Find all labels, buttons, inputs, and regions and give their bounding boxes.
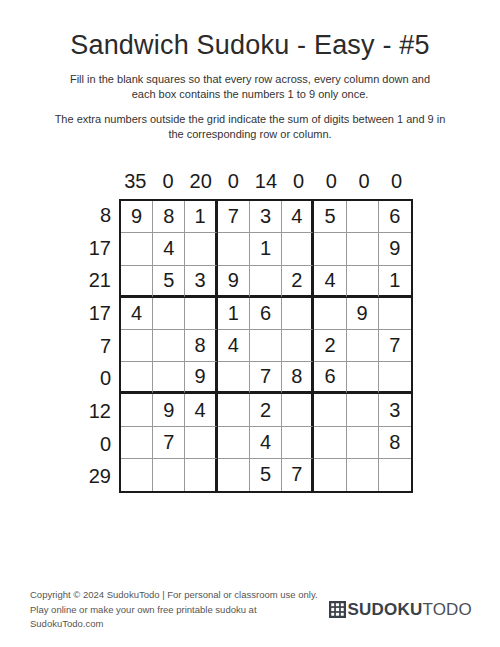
row-clue-2: 17: [89, 237, 111, 260]
cell-r3c2: 5: [153, 266, 185, 298]
cell-r8c1: [121, 427, 153, 459]
page-footer: Copyright © 2024 SudokuTodo | For person…: [30, 588, 472, 631]
cell-r9c7: [314, 459, 346, 491]
sudokutodo-logo: SUDOKUTODO: [329, 600, 472, 620]
cell-r1c6: 4: [282, 201, 314, 233]
row-clue-3: 21: [89, 269, 111, 292]
cell-r7c5: 2: [250, 394, 282, 426]
cell-r3c6: 2: [282, 266, 314, 298]
cell-r5c5: [250, 330, 282, 362]
cell-r1c1: 9: [121, 201, 153, 233]
cell-r5c2: [153, 330, 185, 362]
logo-wordmark: SUDOKUTODO: [348, 600, 472, 620]
column-clue-9: 0: [391, 170, 402, 193]
column-clue-5: 14: [255, 170, 277, 193]
cell-r5c7: 2: [314, 330, 346, 362]
cell-r2c2: 4: [153, 233, 185, 265]
sudoku-grid: 98173456419539241416984279786942374857: [119, 199, 413, 493]
cell-r2c8: [347, 233, 379, 265]
cell-r8c8: [347, 427, 379, 459]
cell-r7c8: [347, 394, 379, 426]
cell-r2c6: [282, 233, 314, 265]
cell-r6c5: 7: [250, 362, 282, 394]
cell-r2c7: [314, 233, 346, 265]
cell-r3c4: 9: [218, 266, 250, 298]
cell-r6c6: 8: [282, 362, 314, 394]
cell-r5c1: [121, 330, 153, 362]
column-clue-8: 0: [358, 170, 369, 193]
cell-r4c9: [379, 298, 411, 330]
page-title: Sandwich Sudoku - Easy - #5: [0, 30, 500, 61]
cell-r7c9: 3: [379, 394, 411, 426]
cell-r1c2: 8: [153, 201, 185, 233]
cell-r7c1: [121, 394, 153, 426]
cell-r8c7: [314, 427, 346, 459]
row-clue-6: 0: [100, 367, 111, 390]
page-header: Sandwich Sudoku - Easy - #5 Fill in the …: [0, 0, 500, 141]
cell-r1c3: 1: [185, 201, 217, 233]
cell-r2c4: [218, 233, 250, 265]
cell-r4c4: 1: [218, 298, 250, 330]
row-clue-9: 29: [89, 465, 111, 488]
column-clue-1: 35: [124, 170, 146, 193]
cell-r6c7: 6: [314, 362, 346, 394]
cell-r5c9: 7: [379, 330, 411, 362]
cell-r6c9: [379, 362, 411, 394]
row-clue-4: 17: [89, 302, 111, 325]
cell-r3c5: [250, 266, 282, 298]
cell-r3c3: 3: [185, 266, 217, 298]
cell-r7c3: 4: [185, 394, 217, 426]
board-corner-spacer: [77, 167, 119, 199]
cell-r2c3: [185, 233, 217, 265]
cell-r7c4: [218, 394, 250, 426]
cell-r6c1: [121, 362, 153, 394]
cell-r4c7: [314, 298, 346, 330]
cell-r5c3: 8: [185, 330, 217, 362]
cell-r8c5: 4: [250, 427, 282, 459]
cell-r6c4: [218, 362, 250, 394]
cell-r4c1: 4: [121, 298, 153, 330]
cell-r1c5: 3: [250, 201, 282, 233]
instructions-sandwich: The extra numbers outside the grid indic…: [30, 112, 470, 141]
cell-r1c4: 7: [218, 201, 250, 233]
cell-r9c9: [379, 459, 411, 491]
cell-r3c1: [121, 266, 153, 298]
cell-r8c9: 8: [379, 427, 411, 459]
cell-r9c6: 7: [282, 459, 314, 491]
cell-r2c9: 9: [379, 233, 411, 265]
cell-r3c8: [347, 266, 379, 298]
row-clue-7: 12: [89, 400, 111, 423]
logo-text-sudoku: SUDOKU: [348, 600, 423, 619]
cell-r4c8: 9: [347, 298, 379, 330]
sudoku-grid-icon: [329, 601, 346, 618]
cell-r7c2: 9: [153, 394, 185, 426]
cell-r5c6: [282, 330, 314, 362]
cell-r4c5: 6: [250, 298, 282, 330]
cell-r5c4: 4: [218, 330, 250, 362]
cell-r5c8: [347, 330, 379, 362]
cell-r8c4: [218, 427, 250, 459]
cell-r6c2: [153, 362, 185, 394]
cell-r1c7: 5: [314, 201, 346, 233]
cell-r9c4: [218, 459, 250, 491]
instructions-rules: Fill in the blank squares so that every …: [30, 72, 470, 101]
cell-r6c3: 9: [185, 362, 217, 394]
column-clue-2: 0: [162, 170, 173, 193]
column-clue-7: 0: [326, 170, 337, 193]
cell-r4c6: [282, 298, 314, 330]
cell-r2c1: [121, 233, 153, 265]
cell-r2c5: 1: [250, 233, 282, 265]
cell-r4c2: [153, 298, 185, 330]
column-clue-4: 0: [228, 170, 239, 193]
printable-sudoku-page: Sandwich Sudoku - Easy - #5 Fill in the …: [0, 0, 500, 647]
cell-r9c8: [347, 459, 379, 491]
cell-r8c3: [185, 427, 217, 459]
cell-r3c9: 1: [379, 266, 411, 298]
cell-r1c8: [347, 201, 379, 233]
cell-r4c3: [185, 298, 217, 330]
cell-r9c1: [121, 459, 153, 491]
cell-r6c8: [347, 362, 379, 394]
column-clue-6: 0: [293, 170, 304, 193]
sudoku-board: 350200140000 81721177012029 981734564195…: [77, 167, 500, 493]
cell-r9c3: [185, 459, 217, 491]
copyright-text: Copyright © 2024 SudokuTodo | For person…: [30, 588, 329, 631]
cell-r9c2: [153, 459, 185, 491]
cell-r8c6: [282, 427, 314, 459]
row-clues: 81721177012029: [77, 199, 119, 493]
cell-r7c7: [314, 394, 346, 426]
cell-r1c9: 6: [379, 201, 411, 233]
logo-text-todo: TODO: [422, 600, 472, 619]
column-clues: 350200140000: [119, 167, 413, 199]
row-clue-5: 7: [100, 335, 111, 358]
row-clue-8: 0: [100, 433, 111, 456]
cell-r8c2: 7: [153, 427, 185, 459]
cell-r9c5: 5: [250, 459, 282, 491]
cell-r3c7: 4: [314, 266, 346, 298]
column-clue-3: 20: [190, 170, 212, 193]
row-clue-1: 8: [100, 204, 111, 227]
cell-r7c6: [282, 394, 314, 426]
